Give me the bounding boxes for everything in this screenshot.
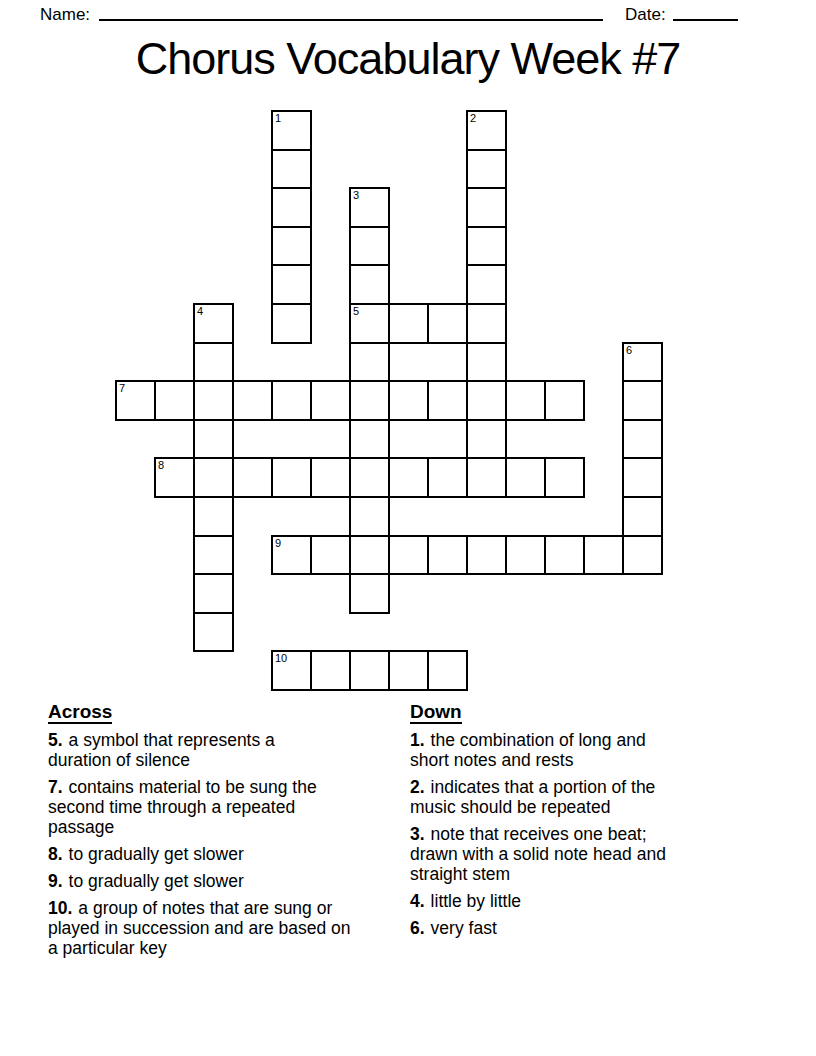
cell-number-8: 8 [158, 459, 164, 471]
cell-number-9: 9 [275, 537, 281, 549]
grid-cell-r7c6[interactable] [349, 380, 390, 421]
across-clue-10: 10.a group of notes that are sung or pla… [48, 898, 404, 958]
cell-number-4: 4 [197, 305, 203, 317]
clue-text: contains material to be sung the second … [48, 777, 317, 837]
down-clues-section: Down 1.the combination of long and short… [410, 701, 762, 945]
grid-cell-r11c12[interactable] [583, 535, 624, 576]
grid-cell-r8c9[interactable] [466, 419, 507, 460]
clue-number: 10. [48, 898, 72, 918]
clue-text: note that receives one beat; drawn with … [410, 824, 666, 884]
cell-number-5: 5 [353, 305, 359, 317]
grid-cell-r3c4[interactable] [271, 226, 312, 267]
clue-text: a symbol that represents a duration of s… [48, 730, 275, 770]
grid-cell-r1c9[interactable] [466, 149, 507, 190]
grid-cell-r7c2[interactable] [193, 380, 234, 421]
grid-cell-r9c8[interactable] [427, 457, 468, 498]
grid-cell-r12c2[interactable] [193, 573, 234, 614]
clue-number: 9. [48, 871, 63, 891]
grid-cell-r4c6[interactable] [349, 264, 390, 305]
grid-cell-r3c9[interactable] [466, 226, 507, 267]
clue-number: 4. [410, 891, 425, 911]
grid-cell-r9c1[interactable]: 8 [154, 457, 195, 498]
grid-cell-r5c9[interactable] [466, 303, 507, 344]
grid-cell-r9c6[interactable] [349, 457, 390, 498]
down-clue-4: 4.little by little [410, 891, 762, 911]
clue-text: indicates that a portion of the music sh… [410, 777, 655, 817]
grid-cell-r5c2[interactable]: 4 [193, 303, 234, 344]
grid-cell-r11c11[interactable] [544, 535, 585, 576]
clue-number: 1. [410, 730, 425, 750]
cell-number-1: 1 [275, 112, 281, 124]
down-clue-6: 6.very fast [410, 918, 762, 938]
grid-cell-r7c5[interactable] [310, 380, 351, 421]
down-clue-2: 2.indicates that a portion of the music … [410, 777, 762, 817]
grid-cell-r2c4[interactable] [271, 187, 312, 228]
grid-cell-r6c13[interactable]: 6 [622, 342, 663, 383]
grid-cell-r7c8[interactable] [427, 380, 468, 421]
down-clue-1: 1.the combination of long and short note… [410, 730, 762, 770]
grid-cell-r14c5[interactable] [310, 650, 351, 691]
cell-number-10: 10 [275, 652, 287, 664]
grid-cell-r8c13[interactable] [622, 419, 663, 460]
grid-cell-r5c7[interactable] [388, 303, 429, 344]
down-clue-list: 1.the combination of long and short note… [410, 730, 762, 938]
grid-cell-r10c13[interactable] [622, 496, 663, 537]
grid-cell-r10c2[interactable] [193, 496, 234, 537]
crossword-worksheet-page: Name: Date: Chorus Vocabulary Week #7 12… [0, 0, 816, 1056]
grid-cell-r0c9[interactable]: 2 [466, 110, 507, 151]
grid-cell-r9c5[interactable] [310, 457, 351, 498]
grid-cell-r9c13[interactable] [622, 457, 663, 498]
clue-number: 3. [410, 824, 425, 844]
grid-cell-r7c10[interactable] [505, 380, 546, 421]
across-clues-section: Across 5.a symbol that represents a dura… [48, 701, 404, 965]
grid-cell-r11c4[interactable]: 9 [271, 535, 312, 576]
clue-text: to gradually get slower [69, 871, 244, 891]
across-heading: Across [48, 701, 112, 724]
cell-number-2: 2 [470, 112, 476, 124]
clue-text: very fast [431, 918, 497, 938]
grid-cell-r9c2[interactable] [193, 457, 234, 498]
cell-number-7: 7 [119, 382, 125, 394]
grid-cell-r11c7[interactable] [388, 535, 429, 576]
grid-cell-r12c6[interactable] [349, 573, 390, 614]
grid-cell-r0c4[interactable]: 1 [271, 110, 312, 151]
clue-text: the combination of long and short notes … [410, 730, 646, 770]
grid-cell-r9c11[interactable] [544, 457, 585, 498]
grid-cell-r7c3[interactable] [232, 380, 273, 421]
grid-cell-r10c6[interactable] [349, 496, 390, 537]
across-clue-list: 5.a symbol that represents a duration of… [48, 730, 404, 958]
grid-cell-r4c4[interactable] [271, 264, 312, 305]
clue-text: a group of notes that are sung or played… [48, 898, 351, 958]
page-title: Chorus Vocabulary Week #7 [0, 33, 816, 85]
clue-number: 2. [410, 777, 425, 797]
grid-cell-r2c6[interactable]: 3 [349, 187, 390, 228]
grid-cell-r8c2[interactable] [193, 419, 234, 460]
grid-cell-r7c0[interactable]: 7 [115, 380, 156, 421]
clue-number: 5. [48, 730, 63, 750]
grid-cell-r11c9[interactable] [466, 535, 507, 576]
grid-cell-r9c10[interactable] [505, 457, 546, 498]
grid-cell-r14c4[interactable]: 10 [271, 650, 312, 691]
grid-cell-r4c9[interactable] [466, 264, 507, 305]
grid-cell-r11c10[interactable] [505, 535, 546, 576]
grid-cell-r1c4[interactable] [271, 149, 312, 190]
grid-cell-r9c4[interactable] [271, 457, 312, 498]
across-clue-8: 8.to gradually get slower [48, 844, 404, 864]
across-clue-5: 5.a symbol that represents a duration of… [48, 730, 404, 770]
down-clue-3: 3.note that receives one beat; drawn wit… [410, 824, 762, 884]
grid-cell-r5c8[interactable] [427, 303, 468, 344]
grid-cell-r14c8[interactable] [427, 650, 468, 691]
clue-text: little by little [431, 891, 521, 911]
grid-cell-r6c6[interactable] [349, 342, 390, 383]
grid-cell-r5c4[interactable] [271, 303, 312, 344]
grid-cell-r6c2[interactable] [193, 342, 234, 383]
grid-cell-r13c2[interactable] [193, 612, 234, 653]
grid-cell-r7c13[interactable] [622, 380, 663, 421]
across-clue-9: 9.to gradually get slower [48, 871, 404, 891]
grid-cell-r3c6[interactable] [349, 226, 390, 267]
clue-number: 6. [410, 918, 425, 938]
grid-cell-r8c6[interactable] [349, 419, 390, 460]
name-label: Name: [40, 5, 90, 25]
cell-number-3: 3 [353, 189, 359, 201]
across-clue-7: 7.contains material to be sung the secon… [48, 777, 404, 837]
down-heading: Down [410, 701, 462, 724]
grid-cell-r7c7[interactable] [388, 380, 429, 421]
grid-cell-r11c13[interactable] [622, 535, 663, 576]
cell-number-6: 6 [626, 344, 632, 356]
clue-number: 8. [48, 844, 63, 864]
grid-cell-r7c9[interactable] [466, 380, 507, 421]
grid-cell-r9c3[interactable] [232, 457, 273, 498]
grid-cell-r14c6[interactable] [349, 650, 390, 691]
grid-cell-r7c4[interactable] [271, 380, 312, 421]
date-input-line[interactable] [673, 5, 738, 21]
grid-cell-r11c5[interactable] [310, 535, 351, 576]
grid-cell-r14c7[interactable] [388, 650, 429, 691]
grid-cell-r11c2[interactable] [193, 535, 234, 576]
name-input-line[interactable] [99, 5, 603, 21]
grid-cell-r11c6[interactable] [349, 535, 390, 576]
grid-cell-r9c9[interactable] [466, 457, 507, 498]
clue-text: to gradually get slower [69, 844, 244, 864]
clue-number: 7. [48, 777, 63, 797]
grid-cell-r7c11[interactable] [544, 380, 585, 421]
grid-cell-r11c8[interactable] [427, 535, 468, 576]
grid-cell-r6c9[interactable] [466, 342, 507, 383]
grid-cell-r5c6[interactable]: 5 [349, 303, 390, 344]
grid-cell-r9c7[interactable] [388, 457, 429, 498]
grid-cell-r7c1[interactable] [154, 380, 195, 421]
date-label: Date: [625, 5, 666, 25]
crossword-grid[interactable]: 12345678910 [115, 110, 665, 694]
grid-cell-r2c9[interactable] [466, 187, 507, 228]
